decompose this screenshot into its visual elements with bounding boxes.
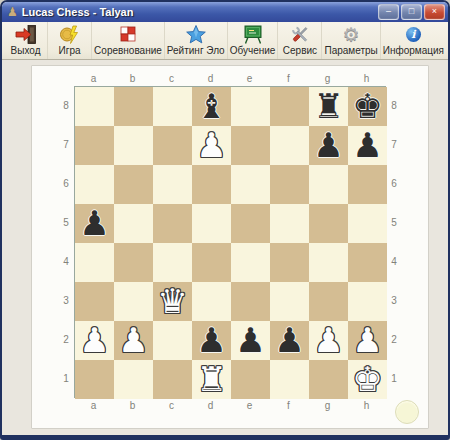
square-c2[interactable]: [153, 321, 192, 360]
file-label-g: g: [308, 398, 347, 413]
square-f6[interactable]: [270, 165, 309, 204]
rank-label-1: 1: [386, 359, 402, 398]
square-f8[interactable]: [270, 87, 309, 126]
white-pawn[interactable]: ♟: [352, 321, 382, 360]
square-b8[interactable]: [114, 87, 153, 126]
file-label-h: h: [347, 398, 386, 413]
square-f4[interactable]: [270, 243, 309, 282]
gear-icon: ⚙: [343, 25, 360, 44]
checkered-squares-icon: [120, 25, 136, 44]
square-e7[interactable]: [231, 126, 270, 165]
toolbar-button-game[interactable]: Игра: [48, 22, 92, 59]
rank-label-5: 5: [386, 203, 402, 242]
file-label-a: a: [74, 71, 113, 86]
white-pawn[interactable]: ♟: [313, 321, 343, 360]
square-b5[interactable]: [114, 204, 153, 243]
square-c8[interactable]: [153, 87, 192, 126]
square-d5[interactable]: [192, 204, 231, 243]
square-e8[interactable]: [231, 87, 270, 126]
board-panel: abcdefgh 87654321 ♝♜♚♟♟♟♟♛♟♟♟♟♟♟♟♜♚ 8765…: [31, 65, 429, 429]
file-label-c: c: [152, 398, 191, 413]
toolbar-label-training: Обучение: [230, 45, 276, 56]
toolbar-label-competition: Соревнование: [94, 45, 162, 56]
rank-label-7: 7: [386, 125, 402, 164]
black-bishop[interactable]: ♝: [196, 87, 226, 126]
toolbar-label-elo-rating: Рейтинг Эло: [167, 45, 225, 56]
square-f5[interactable]: [270, 204, 309, 243]
square-b1[interactable]: [114, 360, 153, 399]
toolbar-button-parameters[interactable]: ⚙ Параметры: [322, 22, 380, 59]
file-labels-bottom: abcdefgh: [74, 398, 386, 413]
corner: [58, 398, 74, 413]
square-a3[interactable]: [75, 282, 114, 321]
file-label-g: g: [308, 71, 347, 86]
square-g5[interactable]: [309, 204, 348, 243]
rank-label-5: 5: [58, 203, 74, 242]
toolbar-button-information[interactable]: i Информация: [381, 22, 446, 59]
white-pawn[interactable]: ♟: [118, 321, 148, 360]
square-g8[interactable]: ♜: [309, 87, 348, 126]
black-pawn[interactable]: ♟: [196, 321, 226, 360]
square-h8[interactable]: ♚: [348, 87, 387, 126]
rank-label-7: 7: [58, 125, 74, 164]
square-g2[interactable]: ♟: [309, 321, 348, 360]
chalkboard-icon: [242, 25, 264, 44]
square-d1[interactable]: ♜: [192, 360, 231, 399]
square-e5[interactable]: [231, 204, 270, 243]
square-d8[interactable]: ♝: [192, 87, 231, 126]
file-label-f: f: [269, 71, 308, 86]
square-d7[interactable]: ♟: [192, 126, 231, 165]
square-c3[interactable]: ♛: [153, 282, 192, 321]
black-king[interactable]: ♚: [352, 87, 382, 126]
window-title: Lucas Chess - Talyan: [22, 6, 374, 18]
rank-label-4: 4: [386, 242, 402, 281]
file-label-e: e: [230, 398, 269, 413]
corner: [58, 71, 74, 86]
maximize-button[interactable]: □: [401, 4, 422, 20]
black-pawn[interactable]: ♟: [79, 204, 109, 243]
file-label-a: a: [74, 398, 113, 413]
file-label-f: f: [269, 398, 308, 413]
square-g4[interactable]: [309, 243, 348, 282]
rank-label-3: 3: [58, 281, 74, 320]
square-a7[interactable]: [75, 126, 114, 165]
main-toolbar: Выход Игра Соревнование: [2, 22, 448, 60]
square-f7[interactable]: [270, 126, 309, 165]
rank-label-2: 2: [58, 320, 74, 359]
square-a4[interactable]: [75, 243, 114, 282]
coin-lightning-icon: [59, 25, 81, 44]
square-d4[interactable]: [192, 243, 231, 282]
square-f2[interactable]: ♟: [270, 321, 309, 360]
toolbar-label-service: Сервис: [283, 45, 317, 56]
white-king[interactable]: ♚: [352, 360, 382, 399]
toolbar-button-elo-rating[interactable]: Рейтинг Эло: [165, 22, 228, 59]
toolbar-label-exit: Выход: [11, 45, 41, 56]
toolbar-label-information: Информация: [383, 45, 444, 56]
chess-board[interactable]: ♝♜♚♟♟♟♟♛♟♟♟♟♟♟♟♜♚: [74, 86, 386, 398]
rank-label-4: 4: [58, 242, 74, 281]
white-rook[interactable]: ♜: [196, 360, 226, 399]
square-g7[interactable]: ♟: [309, 126, 348, 165]
square-c7[interactable]: [153, 126, 192, 165]
square-d3[interactable]: [192, 282, 231, 321]
rank-label-8: 8: [58, 86, 74, 125]
square-c4[interactable]: [153, 243, 192, 282]
exit-door-icon: [15, 25, 37, 44]
square-e1[interactable]: [231, 360, 270, 399]
square-h2[interactable]: ♟: [348, 321, 387, 360]
square-b4[interactable]: [114, 243, 153, 282]
square-g6[interactable]: [309, 165, 348, 204]
blue-star-icon: [186, 25, 206, 44]
black-pawn[interactable]: ♟: [313, 126, 343, 165]
title-bar[interactable]: ♟ Lucas Chess - Talyan – □ ×: [2, 2, 448, 22]
file-label-b: b: [113, 71, 152, 86]
app-pawn-icon: ♟: [7, 6, 18, 18]
rank-label-3: 3: [386, 281, 402, 320]
toolbar-button-exit[interactable]: Выход: [4, 22, 48, 59]
rank-label-6: 6: [386, 164, 402, 203]
toolbar-label-parameters: Параметры: [324, 45, 377, 56]
black-pawn[interactable]: ♟: [352, 126, 382, 165]
rank-labels-right: 87654321: [386, 86, 402, 398]
square-f1[interactable]: [270, 360, 309, 399]
square-c6[interactable]: [153, 165, 192, 204]
square-b7[interactable]: [114, 126, 153, 165]
corner: [386, 71, 402, 86]
square-g1[interactable]: [309, 360, 348, 399]
file-label-b: b: [113, 398, 152, 413]
square-a5[interactable]: ♟: [75, 204, 114, 243]
square-e6[interactable]: [231, 165, 270, 204]
file-label-e: e: [230, 71, 269, 86]
rank-labels-left: 87654321: [58, 86, 74, 398]
square-e2[interactable]: ♟: [231, 321, 270, 360]
square-a8[interactable]: [75, 87, 114, 126]
file-label-h: h: [347, 71, 386, 86]
square-c1[interactable]: [153, 360, 192, 399]
square-b3[interactable]: [114, 282, 153, 321]
white-queen[interactable]: ♛: [157, 282, 187, 321]
white-pawn[interactable]: ♟: [79, 321, 109, 360]
rank-label-6: 6: [58, 164, 74, 203]
turn-indicator-white: [395, 400, 419, 424]
window-controls: – □ ×: [378, 4, 445, 20]
file-label-d: d: [191, 71, 230, 86]
square-e3[interactable]: [231, 282, 270, 321]
minimize-button[interactable]: –: [378, 4, 399, 20]
square-e4[interactable]: [231, 243, 270, 282]
square-h7[interactable]: ♟: [348, 126, 387, 165]
square-b2[interactable]: ♟: [114, 321, 153, 360]
square-g3[interactable]: [309, 282, 348, 321]
square-h3[interactable]: [348, 282, 387, 321]
client-area: abcdefgh 87654321 ♝♜♚♟♟♟♟♛♟♟♟♟♟♟♟♜♚ 8765…: [2, 60, 448, 435]
square-h4[interactable]: [348, 243, 387, 282]
square-c5[interactable]: [153, 204, 192, 243]
crossed-tools-icon: [290, 25, 310, 44]
square-h5[interactable]: [348, 204, 387, 243]
file-labels-top: abcdefgh: [74, 71, 386, 86]
square-a6[interactable]: [75, 165, 114, 204]
info-icon: i: [406, 25, 421, 44]
black-rook[interactable]: ♜: [313, 87, 343, 126]
rank-label-8: 8: [386, 86, 402, 125]
square-a2[interactable]: ♟: [75, 321, 114, 360]
square-a1[interactable]: [75, 360, 114, 399]
close-button[interactable]: ×: [424, 4, 445, 20]
square-d2[interactable]: ♟: [192, 321, 231, 360]
toolbar-button-training[interactable]: Обучение: [228, 22, 279, 59]
file-label-c: c: [152, 71, 191, 86]
rank-label-1: 1: [58, 359, 74, 398]
toolbar-button-service[interactable]: Сервис: [278, 22, 322, 59]
black-pawn[interactable]: ♟: [235, 321, 265, 360]
black-pawn[interactable]: ♟: [274, 321, 304, 360]
square-f3[interactable]: [270, 282, 309, 321]
chess-board-area: abcdefgh 87654321 ♝♜♚♟♟♟♟♛♟♟♟♟♟♟♟♜♚ 8765…: [58, 71, 402, 413]
square-h6[interactable]: [348, 165, 387, 204]
lucas-chess-window: ♟ Lucas Chess - Talyan – □ × Выход: [0, 0, 450, 440]
square-b6[interactable]: [114, 165, 153, 204]
square-d6[interactable]: [192, 165, 231, 204]
toolbar-button-competition[interactable]: Соревнование: [92, 22, 165, 59]
rank-label-2: 2: [386, 320, 402, 359]
white-pawn[interactable]: ♟: [196, 126, 226, 165]
file-label-d: d: [191, 398, 230, 413]
toolbar-label-game: Игра: [59, 45, 81, 56]
square-h1[interactable]: ♚: [348, 360, 387, 399]
